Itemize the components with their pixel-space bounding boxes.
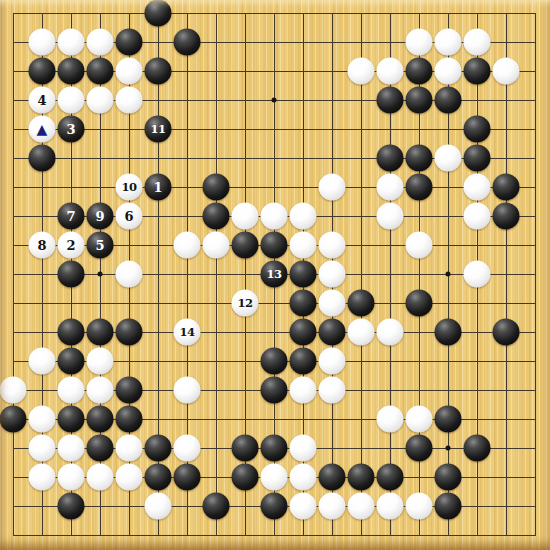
white-stone: 2 bbox=[58, 232, 85, 259]
black-stone bbox=[87, 319, 114, 346]
white-stone bbox=[58, 29, 85, 56]
white-stone bbox=[377, 174, 404, 201]
black-stone bbox=[261, 493, 288, 520]
white-stone bbox=[377, 203, 404, 230]
grid-line-vertical bbox=[506, 13, 507, 536]
move-number-label: 8 bbox=[37, 239, 46, 252]
move-number-label: 9 bbox=[95, 210, 104, 223]
grid-line-horizontal bbox=[13, 535, 536, 536]
white-stone bbox=[377, 406, 404, 433]
star-point bbox=[446, 446, 451, 451]
black-stone bbox=[145, 0, 172, 27]
black-stone bbox=[435, 464, 462, 491]
white-stone bbox=[464, 261, 491, 288]
black-stone bbox=[203, 174, 230, 201]
black-stone bbox=[377, 464, 404, 491]
black-stone bbox=[290, 261, 317, 288]
white-stone bbox=[58, 435, 85, 462]
white-stone bbox=[203, 232, 230, 259]
white-stone bbox=[145, 493, 172, 520]
black-stone bbox=[261, 348, 288, 375]
black-stone bbox=[493, 174, 520, 201]
white-stone bbox=[348, 493, 375, 520]
black-stone bbox=[290, 290, 317, 317]
white-stone bbox=[377, 319, 404, 346]
black-stone bbox=[290, 319, 317, 346]
black-stone bbox=[464, 145, 491, 172]
black-stone bbox=[319, 464, 346, 491]
black-stone bbox=[58, 58, 85, 85]
black-stone bbox=[203, 493, 230, 520]
white-stone bbox=[319, 261, 346, 288]
black-stone bbox=[116, 319, 143, 346]
white-stone bbox=[87, 464, 114, 491]
white-stone bbox=[29, 29, 56, 56]
black-stone bbox=[348, 464, 375, 491]
white-stone bbox=[377, 58, 404, 85]
black-stone bbox=[58, 348, 85, 375]
white-stone bbox=[116, 87, 143, 114]
black-stone bbox=[58, 319, 85, 346]
white-stone bbox=[261, 464, 288, 491]
black-stone bbox=[406, 87, 433, 114]
star-point bbox=[98, 272, 103, 277]
white-stone bbox=[348, 58, 375, 85]
white-stone bbox=[0, 377, 27, 404]
black-stone bbox=[261, 232, 288, 259]
move-number-label: 7 bbox=[66, 210, 75, 223]
white-stone bbox=[377, 493, 404, 520]
white-stone bbox=[87, 377, 114, 404]
black-stone: 13 bbox=[261, 261, 288, 288]
white-stone bbox=[406, 493, 433, 520]
white-stone bbox=[174, 377, 201, 404]
black-stone bbox=[406, 58, 433, 85]
black-stone bbox=[261, 377, 288, 404]
white-stone bbox=[464, 174, 491, 201]
move-number-label: 3 bbox=[66, 123, 75, 136]
black-stone: 9 bbox=[87, 203, 114, 230]
move-number-label: 1 bbox=[153, 181, 162, 194]
black-stone bbox=[0, 406, 27, 433]
white-stone: 8 bbox=[29, 232, 56, 259]
grid-line-vertical bbox=[535, 13, 536, 536]
white-stone bbox=[174, 232, 201, 259]
black-stone: 3 bbox=[58, 116, 85, 143]
black-stone bbox=[435, 87, 462, 114]
white-stone bbox=[116, 435, 143, 462]
black-stone bbox=[232, 464, 259, 491]
white-stone bbox=[464, 203, 491, 230]
black-stone bbox=[87, 58, 114, 85]
black-stone bbox=[493, 319, 520, 346]
black-stone bbox=[232, 232, 259, 259]
white-stone bbox=[319, 377, 346, 404]
white-stone bbox=[29, 464, 56, 491]
white-stone bbox=[174, 435, 201, 462]
white-stone bbox=[406, 232, 433, 259]
white-stone bbox=[261, 203, 288, 230]
white-stone: ▲ bbox=[29, 116, 56, 143]
black-stone bbox=[464, 435, 491, 462]
move-number-label: 4 bbox=[37, 94, 46, 107]
black-stone bbox=[145, 58, 172, 85]
white-stone bbox=[29, 435, 56, 462]
white-stone bbox=[58, 377, 85, 404]
black-stone bbox=[174, 464, 201, 491]
white-stone: 10 bbox=[116, 174, 143, 201]
black-stone bbox=[319, 319, 346, 346]
white-stone bbox=[116, 464, 143, 491]
white-stone bbox=[435, 58, 462, 85]
white-stone bbox=[319, 348, 346, 375]
star-point bbox=[446, 272, 451, 277]
white-stone bbox=[319, 232, 346, 259]
star-point bbox=[272, 98, 277, 103]
black-stone bbox=[145, 464, 172, 491]
black-stone bbox=[203, 203, 230, 230]
black-stone bbox=[58, 261, 85, 288]
move-number-label: 5 bbox=[95, 239, 104, 252]
black-stone: 1 bbox=[145, 174, 172, 201]
black-stone bbox=[116, 406, 143, 433]
grid-line-horizontal bbox=[13, 303, 536, 304]
move-number-label: 13 bbox=[266, 268, 281, 280]
black-stone bbox=[290, 348, 317, 375]
black-stone: 11 bbox=[145, 116, 172, 143]
black-stone bbox=[232, 435, 259, 462]
black-stone bbox=[116, 377, 143, 404]
white-stone bbox=[87, 87, 114, 114]
white-stone bbox=[290, 377, 317, 404]
white-stone bbox=[290, 232, 317, 259]
black-stone bbox=[377, 87, 404, 114]
white-stone bbox=[58, 464, 85, 491]
triangle-marker-icon: ▲ bbox=[37, 122, 48, 136]
move-number-label: 11 bbox=[150, 123, 165, 135]
white-stone bbox=[290, 435, 317, 462]
black-stone bbox=[58, 406, 85, 433]
black-stone bbox=[464, 58, 491, 85]
black-stone bbox=[261, 435, 288, 462]
black-stone bbox=[58, 493, 85, 520]
white-stone bbox=[116, 261, 143, 288]
black-stone bbox=[493, 203, 520, 230]
black-stone bbox=[145, 435, 172, 462]
black-stone bbox=[87, 406, 114, 433]
black-stone bbox=[116, 29, 143, 56]
white-stone bbox=[406, 29, 433, 56]
white-stone bbox=[29, 348, 56, 375]
white-stone bbox=[58, 87, 85, 114]
black-stone bbox=[87, 435, 114, 462]
white-stone bbox=[87, 29, 114, 56]
move-number-label: 10 bbox=[121, 181, 136, 193]
white-stone bbox=[87, 348, 114, 375]
white-stone bbox=[406, 406, 433, 433]
white-stone bbox=[290, 493, 317, 520]
white-stone: 14 bbox=[174, 319, 201, 346]
white-stone bbox=[319, 290, 346, 317]
white-stone bbox=[435, 29, 462, 56]
black-stone bbox=[377, 145, 404, 172]
black-stone bbox=[464, 116, 491, 143]
white-stone bbox=[29, 406, 56, 433]
white-stone bbox=[319, 493, 346, 520]
black-stone bbox=[406, 290, 433, 317]
black-stone bbox=[435, 319, 462, 346]
white-stone bbox=[348, 319, 375, 346]
white-stone bbox=[116, 58, 143, 85]
grid-line-vertical bbox=[361, 13, 362, 536]
white-stone: 4 bbox=[29, 87, 56, 114]
white-stone: 12 bbox=[232, 290, 259, 317]
go-board[interactable]: 4▲311101796825131214 bbox=[0, 0, 550, 550]
white-stone bbox=[464, 29, 491, 56]
white-stone bbox=[232, 203, 259, 230]
move-number-label: 6 bbox=[124, 210, 133, 223]
black-stone bbox=[406, 174, 433, 201]
white-stone bbox=[290, 203, 317, 230]
black-stone bbox=[435, 493, 462, 520]
white-stone bbox=[290, 464, 317, 491]
black-stone bbox=[29, 58, 56, 85]
black-stone bbox=[406, 145, 433, 172]
black-stone: 7 bbox=[58, 203, 85, 230]
black-stone: 5 bbox=[87, 232, 114, 259]
white-stone bbox=[319, 174, 346, 201]
black-stone bbox=[29, 145, 56, 172]
black-stone bbox=[174, 29, 201, 56]
move-number-label: 14 bbox=[179, 326, 194, 338]
move-number-label: 12 bbox=[237, 297, 252, 309]
black-stone bbox=[406, 435, 433, 462]
black-stone bbox=[348, 290, 375, 317]
black-stone bbox=[435, 406, 462, 433]
white-stone: 6 bbox=[116, 203, 143, 230]
white-stone bbox=[435, 145, 462, 172]
white-stone bbox=[493, 58, 520, 85]
move-number-label: 2 bbox=[66, 239, 75, 252]
